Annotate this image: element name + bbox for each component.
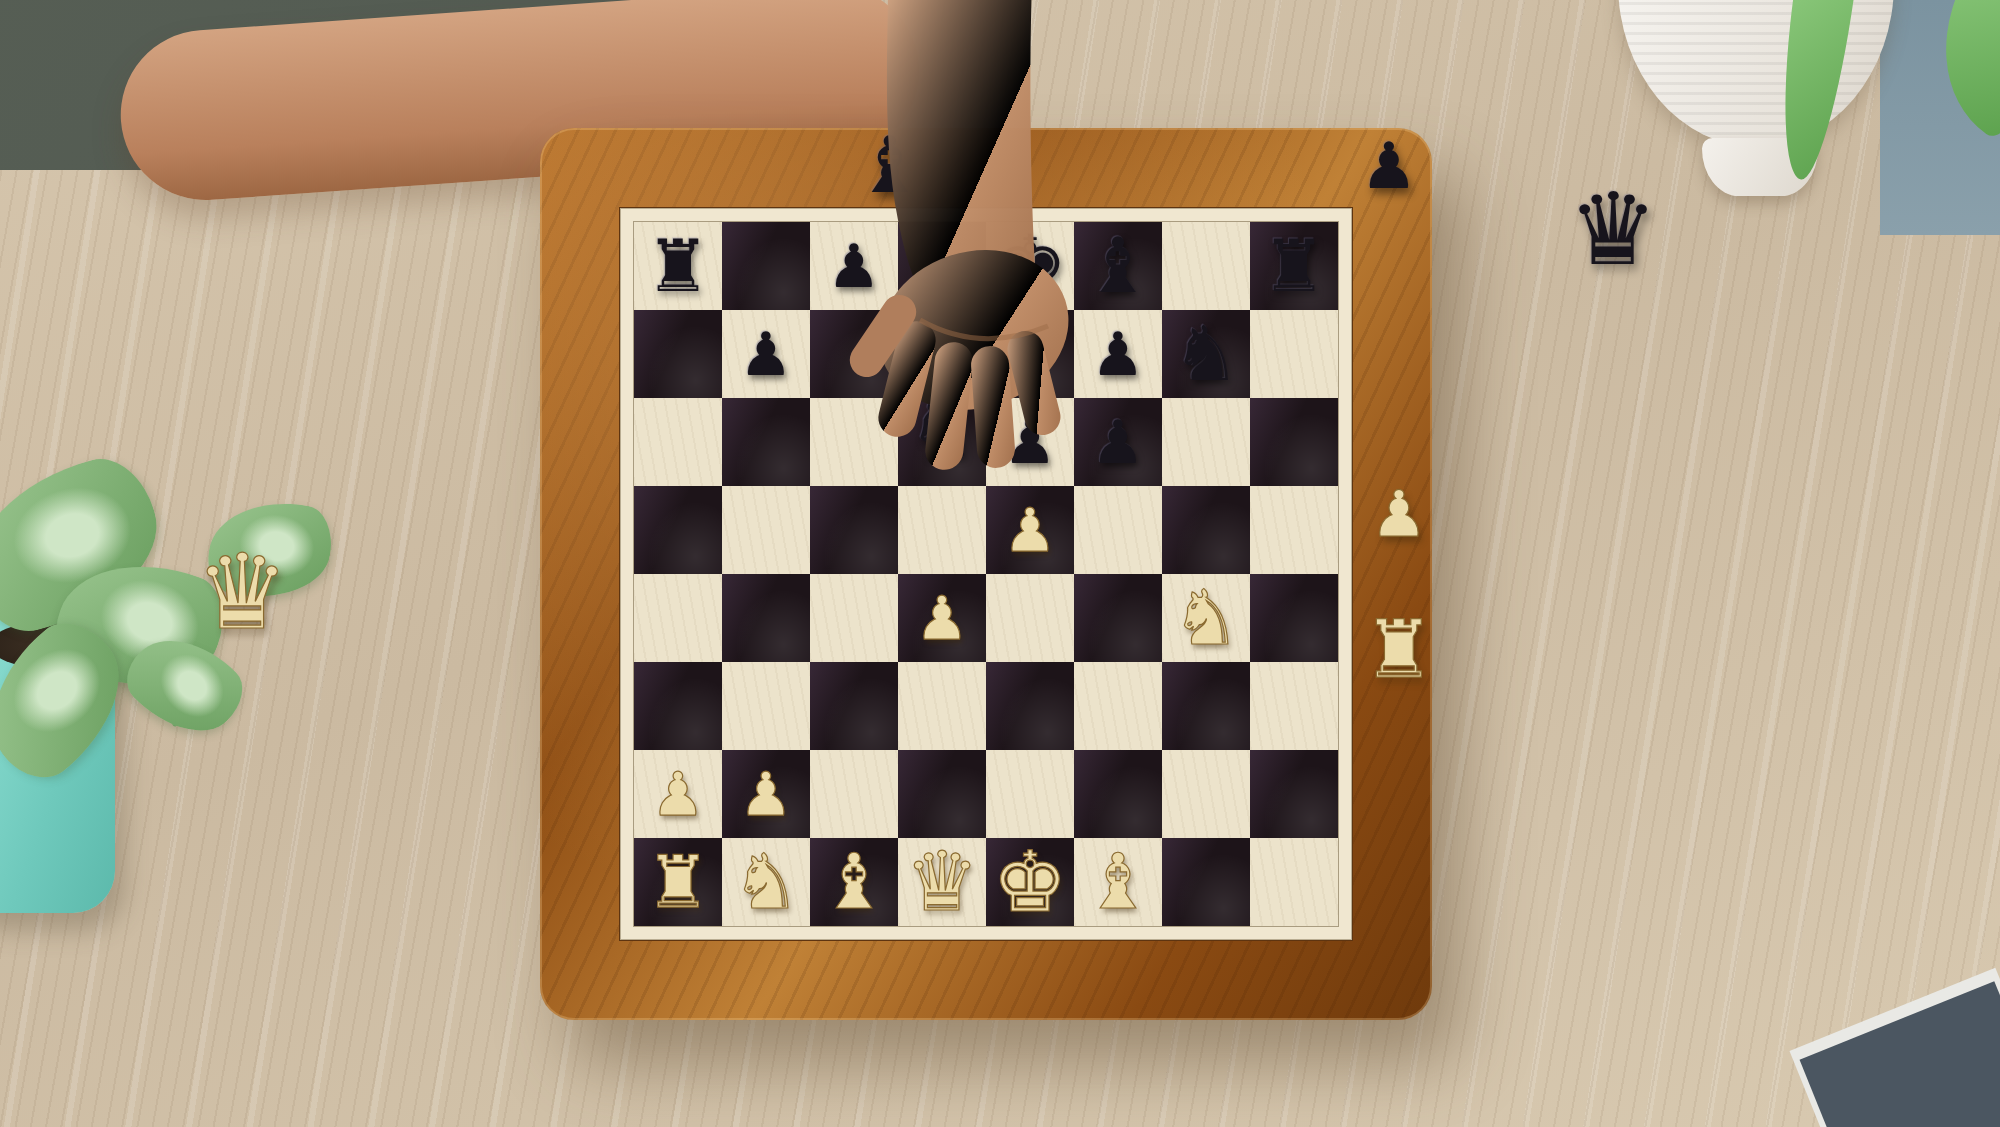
square-g3[interactable] [1162,662,1250,750]
square-h4[interactable] [1250,574,1338,662]
square-a1[interactable]: ♜ [634,838,722,926]
photo-scene: ♜♟♚♝♜♟♛♟♞♞♟♟♟♟♞♟♟♜♞♝♛♚♝ ♛♛♝♟♟♜ [0,0,2000,1127]
offboard-white-q[interactable]: ♛ [175,510,309,644]
square-f5[interactable] [1074,486,1162,574]
piece-glyph: ♝ [1084,228,1152,304]
square-g4[interactable]: ♞ [1162,574,1250,662]
square-e4[interactable] [986,574,1074,662]
white-r-a1[interactable]: ♜ [634,838,722,926]
offboard-white-p[interactable]: ♟ [1352,452,1446,546]
white-n-g4[interactable]: ♞ [1162,574,1250,662]
square-c7[interactable] [810,310,898,398]
square-e3[interactable] [986,662,1074,750]
square-e2[interactable] [986,750,1074,838]
square-d1[interactable]: ♛ [898,838,986,926]
square-d6[interactable]: ♞ [898,398,986,486]
piece-glyph: ♟ [739,764,793,824]
piece-glyph: ♝ [855,126,925,204]
piece-glyph: ♛ [1568,180,1658,280]
black-r-h8[interactable]: ♜ [1250,222,1338,310]
offboard-black-q[interactable]: ♛ [1548,150,1678,280]
square-d8[interactable] [898,222,986,310]
square-e6[interactable]: ♟ [986,398,1074,486]
square-h2[interactable] [1250,750,1338,838]
black-p-e6[interactable]: ♟ [986,398,1074,486]
square-b1[interactable]: ♞ [722,838,810,926]
chess-board-frame: ♜♟♚♝♜♟♛♟♞♞♟♟♟♟♞♟♟♜♞♝♛♚♝ [540,128,1432,1020]
square-f8[interactable]: ♝ [1074,222,1162,310]
piece-glyph: ♜ [1363,610,1435,690]
square-b5[interactable] [722,486,810,574]
piece-glyph: ♟ [1091,324,1145,384]
white-k-e1[interactable]: ♚ [986,838,1074,926]
black-p-f6[interactable]: ♟ [1074,398,1162,486]
white-p-e5[interactable]: ♟ [986,486,1074,574]
piece-glyph: ♟ [1360,134,1417,198]
square-h6[interactable] [1250,398,1338,486]
black-n-g7[interactable]: ♞ [1162,310,1250,398]
piece-glyph: ♟ [1370,482,1427,546]
square-f6[interactable]: ♟ [1074,398,1162,486]
square-a2[interactable]: ♟ [634,750,722,838]
piece-glyph: ♚ [992,840,1067,924]
piece-glyph: ♞ [732,844,800,920]
piece-glyph: ♜ [646,230,711,302]
square-d3[interactable] [898,662,986,750]
offboard-black-p[interactable]: ♟ [1342,104,1436,198]
square-c6[interactable] [810,398,898,486]
square-h1[interactable] [1250,838,1338,926]
square-c8[interactable]: ♟ [810,222,898,310]
black-b-f8[interactable]: ♝ [1074,222,1162,310]
square-b2[interactable]: ♟ [722,750,810,838]
white-p-d4[interactable]: ♟ [898,574,986,662]
square-b7[interactable]: ♟ [722,310,810,398]
square-g5[interactable] [1162,486,1250,574]
square-e1[interactable]: ♚ [986,838,1074,926]
square-d5[interactable] [898,486,986,574]
square-f7[interactable]: ♟ [1074,310,1162,398]
piece-glyph: ♟ [915,588,969,648]
black-p-f7[interactable]: ♟ [1074,310,1162,398]
square-c1[interactable]: ♝ [810,838,898,926]
piece-glyph: ♟ [739,324,793,384]
square-c2[interactable] [810,750,898,838]
piece-glyph: ♞ [908,392,976,468]
square-f2[interactable] [1074,750,1162,838]
square-d4[interactable]: ♟ [898,574,986,662]
piece-glyph: ♛ [195,540,288,644]
square-b8[interactable] [722,222,810,310]
square-h8[interactable]: ♜ [1250,222,1338,310]
piece-glyph: ♚ [992,224,1067,308]
piece-glyph: ♜ [646,846,711,918]
square-g7[interactable]: ♞ [1162,310,1250,398]
piece-glyph: ♝ [820,844,888,920]
square-h7[interactable] [1250,310,1338,398]
offboard-white-r[interactable]: ♜ [1344,580,1454,690]
square-g2[interactable] [1162,750,1250,838]
square-c3[interactable] [810,662,898,750]
black-p-c8[interactable]: ♟ [810,222,898,310]
square-e7[interactable] [986,310,1074,398]
square-b6[interactable] [722,398,810,486]
white-q-d1[interactable]: ♛ [898,838,986,926]
square-b4[interactable] [722,574,810,662]
piece-glyph: ♝ [1084,844,1152,920]
white-b-f1[interactable]: ♝ [1074,838,1162,926]
piece-glyph: ♟ [1091,412,1145,472]
piece-glyph: ♛ [905,841,979,923]
white-p-b2[interactable]: ♟ [722,750,810,838]
square-f4[interactable] [1074,574,1162,662]
square-f3[interactable] [1074,662,1162,750]
piece-glyph: ♞ [1172,580,1240,656]
black-r-a8[interactable]: ♜ [634,222,722,310]
square-a5[interactable] [634,486,722,574]
piece-glyph: ♟ [651,764,705,824]
square-a3[interactable] [634,662,722,750]
square-a6[interactable] [634,398,722,486]
white-n-b1[interactable]: ♞ [722,838,810,926]
piece-glyph: ♟ [1003,500,1057,560]
square-f1[interactable]: ♝ [1074,838,1162,926]
black-k-e8[interactable]: ♚ [986,222,1074,310]
square-e8[interactable]: ♚ [986,222,1074,310]
square-g8[interactable] [1162,222,1250,310]
piece-glyph: ♛ [905,313,979,395]
square-g6[interactable] [1162,398,1250,486]
square-e5[interactable]: ♟ [986,486,1074,574]
offboard-black-b[interactable]: ♝ [836,96,944,204]
square-c4[interactable] [810,574,898,662]
square-d2[interactable] [898,750,986,838]
piece-glyph: ♟ [1003,412,1057,472]
square-a8[interactable]: ♜ [634,222,722,310]
square-b3[interactable] [722,662,810,750]
piece-glyph: ♞ [1172,316,1240,392]
white-p-a2[interactable]: ♟ [634,750,722,838]
square-g1[interactable] [1162,838,1250,926]
square-a4[interactable] [634,574,722,662]
white-b-c1[interactable]: ♝ [810,838,898,926]
square-a7[interactable] [634,310,722,398]
black-p-b7[interactable]: ♟ [722,310,810,398]
square-h3[interactable] [1250,662,1338,750]
square-h5[interactable] [1250,486,1338,574]
board-grid: ♜♟♚♝♜♟♛♟♞♞♟♟♟♟♞♟♟♜♞♝♛♚♝ [634,222,1338,926]
square-c5[interactable] [810,486,898,574]
piece-glyph: ♜ [1262,230,1327,302]
board-maple-border: ♜♟♚♝♜♟♛♟♞♞♟♟♟♟♞♟♟♜♞♝♛♚♝ [620,208,1352,940]
held-black-n-d6[interactable]: ♞ [898,398,986,486]
piece-glyph: ♟ [827,236,881,296]
